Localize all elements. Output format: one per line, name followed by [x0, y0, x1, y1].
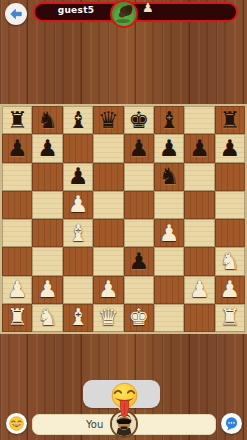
- square-d2[interactable]: ♟: [93, 276, 123, 304]
- square-e3[interactable]: ♟: [124, 247, 154, 275]
- white-rook: ♜: [220, 306, 241, 329]
- white-bishop: ♝: [68, 222, 89, 245]
- emoji-button[interactable]: [6, 413, 27, 434]
- white-rook: ♜: [7, 306, 28, 329]
- square-a8[interactable]: ♜: [2, 106, 32, 134]
- black-bishop: ♝: [159, 109, 180, 132]
- square-f4[interactable]: ♟: [154, 219, 184, 247]
- square-e7[interactable]: ♟: [124, 134, 154, 162]
- square-c3[interactable]: [63, 247, 93, 275]
- square-b3[interactable]: [32, 247, 62, 275]
- white-king: ♚: [128, 306, 149, 329]
- square-f3[interactable]: [154, 247, 184, 275]
- square-c8[interactable]: ♝: [63, 106, 93, 134]
- chat-button[interactable]: [221, 413, 242, 434]
- square-a5[interactable]: [2, 191, 32, 219]
- black-pawn: ♟: [159, 137, 180, 160]
- square-d4[interactable]: [93, 219, 123, 247]
- square-h5[interactable]: [215, 191, 245, 219]
- black-pawn: ♟: [68, 165, 89, 188]
- square-h8[interactable]: ♜: [215, 106, 245, 134]
- white-pawn: ♟: [189, 278, 210, 301]
- square-c2[interactable]: [63, 276, 93, 304]
- square-e5[interactable]: [124, 191, 154, 219]
- square-f8[interactable]: ♝: [154, 106, 184, 134]
- square-c7[interactable]: [63, 134, 93, 162]
- black-pawn: ♟: [128, 137, 149, 160]
- square-g5[interactable]: [184, 191, 214, 219]
- square-g2[interactable]: ♟: [184, 276, 214, 304]
- square-g4[interactable]: [184, 219, 214, 247]
- square-h2[interactable]: ♟: [215, 276, 245, 304]
- black-pawn: ♟: [37, 137, 58, 160]
- square-e2[interactable]: [124, 276, 154, 304]
- square-c1[interactable]: ♝: [63, 304, 93, 332]
- square-e8[interactable]: ♚: [124, 106, 154, 134]
- square-b6[interactable]: [32, 163, 62, 191]
- black-knight: ♞: [159, 165, 180, 188]
- square-d3[interactable]: [93, 247, 123, 275]
- square-b2[interactable]: ♟: [32, 276, 62, 304]
- gorilla-avatar-icon: [112, 2, 136, 26]
- opponent-avatar[interactable]: [110, 0, 138, 28]
- square-d1[interactable]: ♛: [93, 304, 123, 332]
- square-a4[interactable]: [2, 219, 32, 247]
- square-g6[interactable]: [184, 163, 214, 191]
- square-d6[interactable]: [93, 163, 123, 191]
- square-a3[interactable]: [2, 247, 32, 275]
- square-c4[interactable]: ♝: [63, 219, 93, 247]
- white-pawn: ♟: [68, 193, 89, 216]
- square-d7[interactable]: [93, 134, 123, 162]
- square-e4[interactable]: [124, 219, 154, 247]
- square-g8[interactable]: [184, 106, 214, 134]
- square-c5[interactable]: ♟: [63, 191, 93, 219]
- captured-white-pawn-icon: ♟: [142, 0, 154, 16]
- square-e1[interactable]: ♚: [124, 304, 154, 332]
- white-pawn: ♟: [37, 278, 58, 301]
- white-queen: ♛: [98, 306, 119, 329]
- square-h7[interactable]: ♟: [215, 134, 245, 162]
- black-pawn: ♟: [189, 137, 210, 160]
- white-pawn: ♟: [98, 278, 119, 301]
- player-name: You: [86, 419, 103, 430]
- square-f2[interactable]: [154, 276, 184, 304]
- chat-bubble-icon: [224, 416, 239, 431]
- square-d8[interactable]: ♛: [93, 106, 123, 134]
- square-a2[interactable]: ♟: [2, 276, 32, 304]
- black-bishop: ♝: [68, 109, 89, 132]
- square-f5[interactable]: [154, 191, 184, 219]
- square-b7[interactable]: ♟: [32, 134, 62, 162]
- white-knight: ♞: [220, 250, 241, 273]
- tongue-out-emoji-icon: [108, 381, 141, 425]
- square-c6[interactable]: ♟: [63, 163, 93, 191]
- square-g7[interactable]: ♟: [184, 134, 214, 162]
- square-b1[interactable]: ♞: [32, 304, 62, 332]
- square-f1[interactable]: [154, 304, 184, 332]
- black-pawn: ♟: [7, 137, 28, 160]
- square-b8[interactable]: ♞: [32, 106, 62, 134]
- black-pawn: ♟: [128, 250, 149, 273]
- square-a7[interactable]: ♟: [2, 134, 32, 162]
- square-f6[interactable]: ♞: [154, 163, 184, 191]
- opponent-name: guest5: [43, 5, 109, 15]
- chess-app-screen: guest5 ♟ ♜♞♝♛♚♝♜♟♟♟♟♟♟♟♞♟♝♟♟♞♟♟♟♟♟♜♞♝♛♚♜…: [0, 0, 247, 440]
- square-g3[interactable]: [184, 247, 214, 275]
- square-a1[interactable]: ♜: [2, 304, 32, 332]
- square-h3[interactable]: ♞: [215, 247, 245, 275]
- black-knight: ♞: [37, 109, 58, 132]
- laughing-emoji-icon: [9, 416, 24, 431]
- square-h4[interactable]: [215, 219, 245, 247]
- square-b4[interactable]: [32, 219, 62, 247]
- white-pawn: ♟: [159, 222, 180, 245]
- chess-board: ♜♞♝♛♚♝♜♟♟♟♟♟♟♟♞♟♝♟♟♞♟♟♟♟♟♜♞♝♛♚♜: [0, 104, 247, 334]
- square-e6[interactable]: [124, 163, 154, 191]
- square-a6[interactable]: [2, 163, 32, 191]
- white-knight: ♞: [37, 306, 58, 329]
- black-rook: ♜: [7, 109, 28, 132]
- square-f7[interactable]: ♟: [154, 134, 184, 162]
- square-b5[interactable]: [32, 191, 62, 219]
- white-pawn: ♟: [7, 278, 28, 301]
- square-h1[interactable]: ♜: [215, 304, 245, 332]
- white-pawn: ♟: [220, 278, 241, 301]
- black-queen: ♛: [98, 109, 119, 132]
- black-king: ♚: [128, 109, 149, 132]
- back-button[interactable]: [5, 3, 27, 25]
- white-bishop: ♝: [68, 306, 89, 329]
- black-pawn: ♟: [220, 137, 241, 160]
- square-h6[interactable]: [215, 163, 245, 191]
- black-rook: ♜: [220, 109, 241, 132]
- square-g1[interactable]: [184, 304, 214, 332]
- square-d5[interactable]: [93, 191, 123, 219]
- back-arrow-icon: [9, 7, 23, 21]
